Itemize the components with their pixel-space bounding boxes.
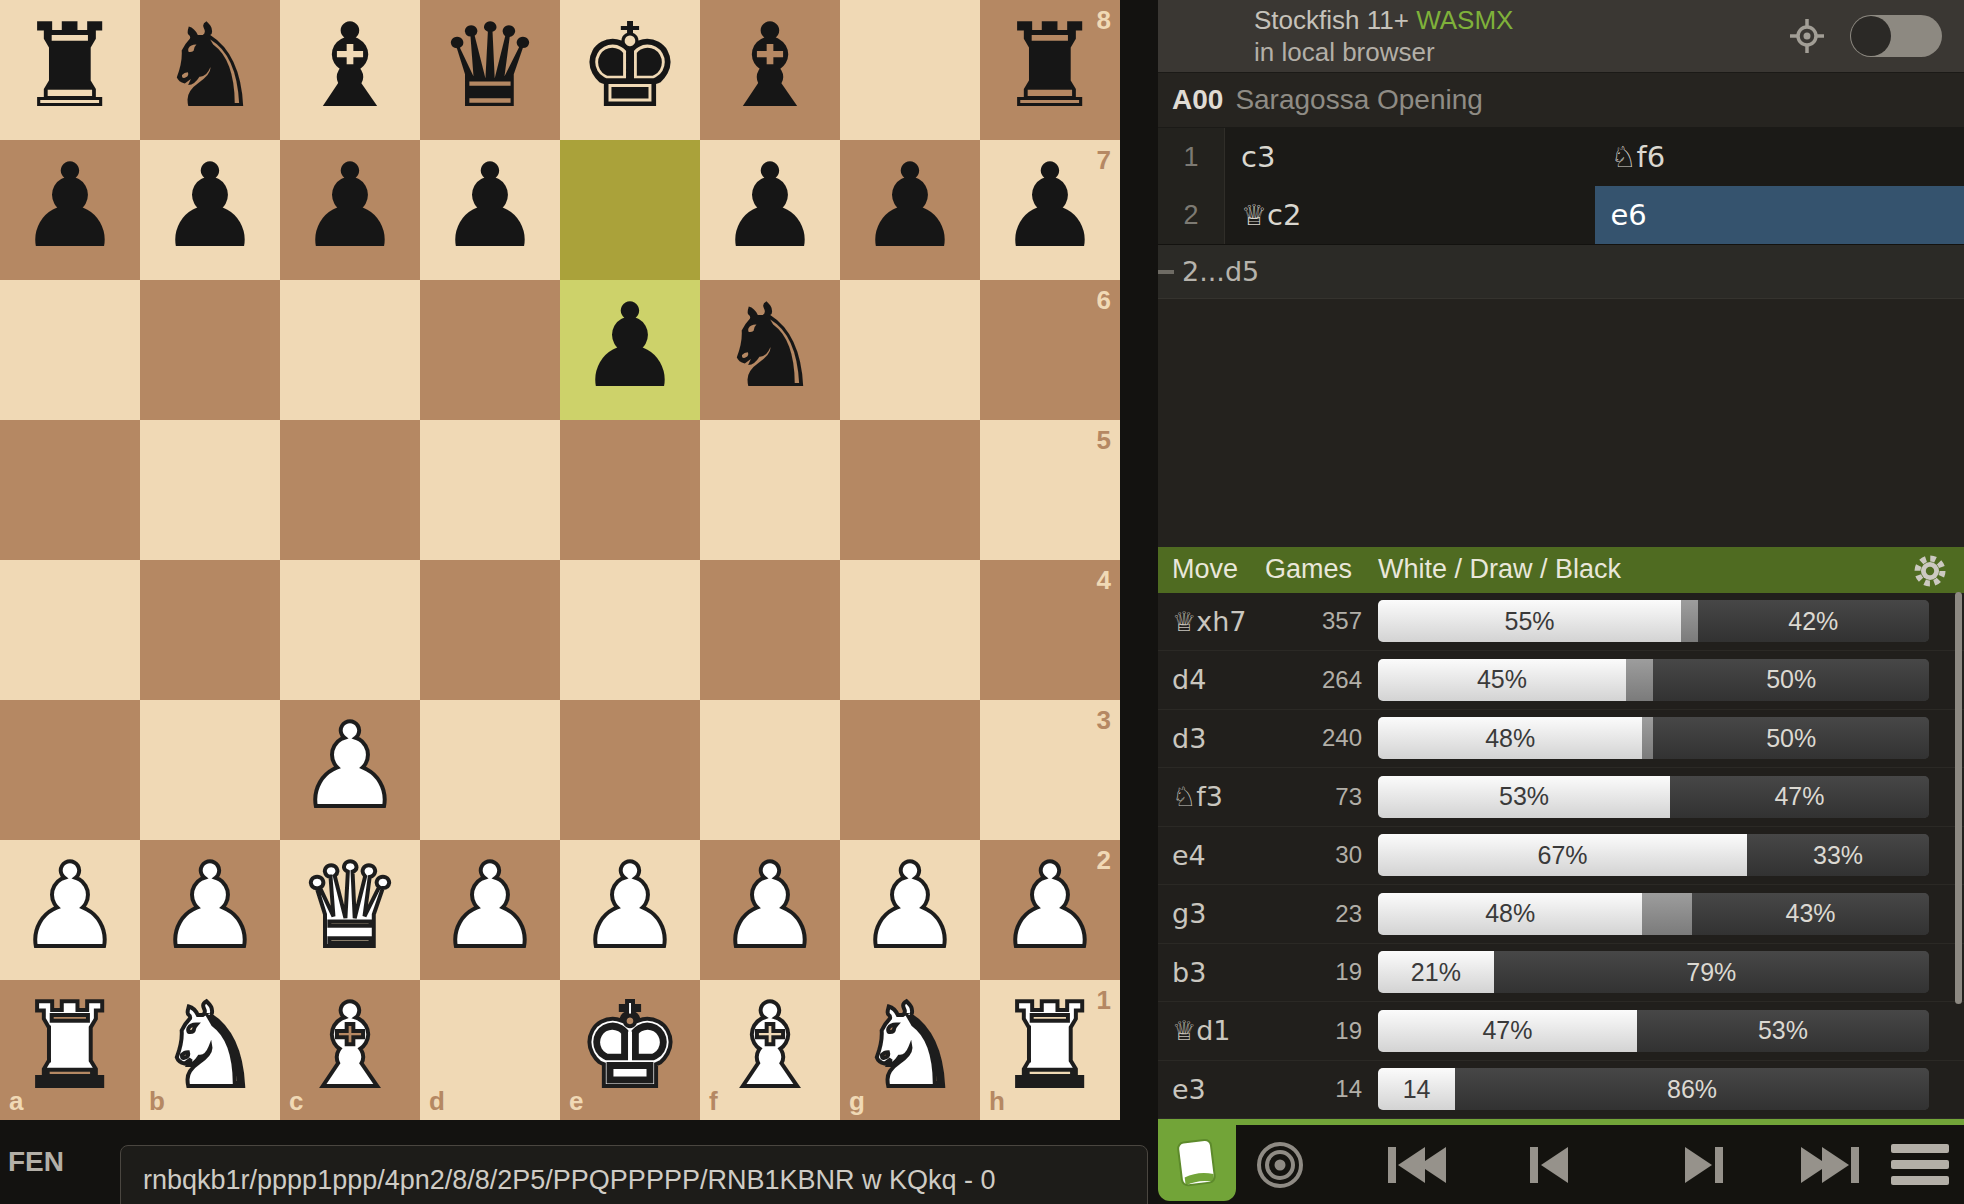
square-g5[interactable] bbox=[840, 420, 980, 560]
square-f5[interactable] bbox=[700, 420, 840, 560]
square-a1[interactable]: ♜a bbox=[0, 980, 140, 1120]
black-pawn-g7: ♟ bbox=[858, 148, 962, 264]
move-list: 1c3♘f62♕c2e6 bbox=[1158, 128, 1964, 244]
square-e6[interactable]: ♟ bbox=[560, 280, 700, 420]
square-f3[interactable] bbox=[700, 700, 840, 840]
square-g4[interactable] bbox=[840, 560, 980, 700]
result-segment-black: 53% bbox=[1637, 1010, 1929, 1052]
black-pawn-d7: ♟ bbox=[438, 148, 542, 264]
explorer-row-♘f3[interactable]: ♘f37353%47% bbox=[1158, 768, 1964, 827]
result-bar: 47%53% bbox=[1378, 1010, 1929, 1052]
book-icon bbox=[1172, 1136, 1222, 1191]
rank-label-2: 2 bbox=[1097, 847, 1111, 873]
explorer-move: e4 bbox=[1158, 840, 1262, 871]
square-a4[interactable] bbox=[0, 560, 140, 700]
result-segment-black: 79% bbox=[1494, 951, 1929, 993]
explorer-col-games: Games bbox=[1265, 554, 1352, 585]
black-bishop-c8: ♝ bbox=[298, 8, 402, 124]
white-pawn-f2: ♟ bbox=[718, 848, 822, 964]
fen-label: FEN bbox=[0, 1146, 70, 1178]
explorer-row-e4[interactable]: e43067%33% bbox=[1158, 827, 1964, 886]
explorer-move: ♕d1 bbox=[1158, 1015, 1262, 1046]
square-d1[interactable]: d bbox=[420, 980, 560, 1120]
white-knight-g1: ♞ bbox=[858, 988, 962, 1104]
square-a5[interactable] bbox=[0, 420, 140, 560]
explorer-row-e3[interactable]: e3141486% bbox=[1158, 1061, 1964, 1120]
result-bar: 21%79% bbox=[1378, 951, 1929, 993]
result-segment-black: 43% bbox=[1692, 893, 1929, 935]
white-pawn-b2: ♟ bbox=[158, 848, 262, 964]
white-rook-a1: ♜ bbox=[18, 988, 122, 1104]
result-segment-white: 14 bbox=[1378, 1068, 1455, 1110]
opening-eco: A00 bbox=[1172, 84, 1223, 116]
square-h1[interactable]: ♜1h bbox=[980, 980, 1120, 1120]
black-pawn-h7: ♟ bbox=[998, 148, 1102, 264]
square-b3[interactable] bbox=[140, 700, 280, 840]
black-pawn-c7: ♟ bbox=[298, 148, 402, 264]
square-h6[interactable]: 6 bbox=[980, 280, 1120, 420]
board-column: ♜♞♝♛♚♝♜8♟♟♟♟♟♟♟7♟♞654♟3♟♟♛♟♟♟♟♟2♜a♞b♝cd♚… bbox=[0, 0, 1158, 1204]
square-f4[interactable] bbox=[700, 560, 840, 700]
black-knight-b8: ♞ bbox=[158, 8, 262, 124]
result-segment-draw bbox=[1642, 893, 1692, 935]
move-row-2: 2♕c2e6 bbox=[1158, 186, 1964, 244]
white-bishop-c1: ♝ bbox=[298, 988, 402, 1104]
move-list-empty-area bbox=[1158, 299, 1964, 547]
square-e8[interactable]: ♚ bbox=[560, 0, 700, 140]
result-segment-white: 47% bbox=[1378, 1010, 1637, 1052]
explorer-games: 23 bbox=[1262, 900, 1362, 928]
explorer-move: e3 bbox=[1158, 1074, 1262, 1105]
square-d7[interactable]: ♟ bbox=[420, 140, 560, 280]
gear-icon[interactable] bbox=[1912, 553, 1948, 596]
black-rook-h8: ♜ bbox=[998, 8, 1102, 124]
rank-label-5: 5 bbox=[1097, 427, 1111, 453]
white-pawn-g2: ♟ bbox=[858, 848, 962, 964]
square-e5[interactable] bbox=[560, 420, 700, 560]
square-c3[interactable]: ♟ bbox=[280, 700, 420, 840]
square-e4[interactable] bbox=[560, 560, 700, 700]
white-bishop-f1: ♝ bbox=[718, 988, 822, 1104]
fen-bar: FEN bbox=[0, 1120, 1158, 1204]
variation-text: 2...d5 bbox=[1182, 256, 1259, 287]
square-b2[interactable]: ♟ bbox=[140, 840, 280, 980]
square-b7[interactable]: ♟ bbox=[140, 140, 280, 280]
white-pawn-e2: ♟ bbox=[578, 848, 682, 964]
square-g1[interactable]: ♞g bbox=[840, 980, 980, 1120]
engine-name: Stockfish 11+ bbox=[1254, 5, 1409, 35]
rank-label-6: 6 bbox=[1097, 287, 1111, 313]
move-2-black[interactable]: e6 bbox=[1595, 186, 1964, 244]
square-a8[interactable]: ♜ bbox=[0, 0, 140, 140]
black-pawn-a7: ♟ bbox=[18, 148, 122, 264]
white-rook-h1: ♜ bbox=[998, 988, 1102, 1104]
previous-move-button[interactable] bbox=[1514, 1125, 1584, 1204]
square-f1[interactable]: ♝f bbox=[700, 980, 840, 1120]
square-c7[interactable]: ♟ bbox=[280, 140, 420, 280]
explorer-move: g3 bbox=[1158, 898, 1262, 929]
result-bar: 48%43% bbox=[1378, 893, 1929, 935]
square-e3[interactable] bbox=[560, 700, 700, 840]
square-d6[interactable] bbox=[420, 280, 560, 420]
opening-book-button[interactable] bbox=[1158, 1125, 1236, 1201]
result-segment-white: 21% bbox=[1378, 951, 1494, 993]
square-g6[interactable] bbox=[840, 280, 980, 420]
square-g7[interactable]: ♟ bbox=[840, 140, 980, 280]
file-label-e: e bbox=[569, 1088, 583, 1114]
result-segment-white: 67% bbox=[1378, 834, 1747, 876]
square-h4[interactable]: 4 bbox=[980, 560, 1120, 700]
bottom-toolbar bbox=[1158, 1125, 1964, 1204]
scrollbar-thumb[interactable] bbox=[1955, 592, 1962, 1004]
square-g2[interactable]: ♟ bbox=[840, 840, 980, 980]
explorer-col-result: White / Draw / Black bbox=[1378, 554, 1621, 585]
result-bar: 55%42% bbox=[1378, 600, 1929, 642]
explorer-col-move: Move bbox=[1172, 554, 1258, 585]
file-label-f: f bbox=[709, 1088, 718, 1114]
result-bar: 1486% bbox=[1378, 1068, 1929, 1110]
file-label-c: c bbox=[289, 1088, 303, 1114]
go-to-end-button[interactable] bbox=[1795, 1125, 1865, 1204]
engine-title: Stockfish 11+ WASMX in local browser bbox=[1254, 4, 1513, 69]
black-knight-f6: ♞ bbox=[718, 288, 822, 404]
square-a2[interactable]: ♟ bbox=[0, 840, 140, 980]
engine-badge: WASMX bbox=[1416, 5, 1513, 35]
result-bar: 67%33% bbox=[1378, 834, 1929, 876]
white-knight-b1: ♞ bbox=[158, 988, 262, 1104]
square-c5[interactable] bbox=[280, 420, 420, 560]
white-king-e1: ♚ bbox=[578, 988, 682, 1104]
explorer-header: Move Games White / Draw / Black bbox=[1158, 547, 1964, 593]
rank-label-3: 3 bbox=[1097, 707, 1111, 733]
engine-subtitle: in local browser bbox=[1254, 36, 1513, 69]
square-h3[interactable]: 3 bbox=[980, 700, 1120, 840]
square-h5[interactable]: 5 bbox=[980, 420, 1120, 560]
black-queen-d8: ♛ bbox=[438, 8, 542, 124]
square-c8[interactable]: ♝ bbox=[280, 0, 420, 140]
practice-circles-icon[interactable] bbox=[1250, 1125, 1310, 1204]
white-pawn-a2: ♟ bbox=[18, 848, 122, 964]
explorer-move: ♕xh7 bbox=[1158, 606, 1262, 637]
result-segment-white: 53% bbox=[1378, 776, 1670, 818]
result-bar: 45%50% bbox=[1378, 659, 1929, 701]
variation-row[interactable]: 2...d5 bbox=[1158, 244, 1964, 299]
engine-toggle[interactable] bbox=[1850, 15, 1942, 57]
black-pawn-b7: ♟ bbox=[158, 148, 262, 264]
explorer-row-♕d1[interactable]: ♕d11947%53% bbox=[1158, 1002, 1964, 1061]
result-segment-draw bbox=[1681, 600, 1698, 642]
square-c2[interactable]: ♛ bbox=[280, 840, 420, 980]
explorer-row-g3[interactable]: g32348%43% bbox=[1158, 885, 1964, 944]
square-d3[interactable] bbox=[420, 700, 560, 840]
square-b8[interactable]: ♞ bbox=[140, 0, 280, 140]
rank-label-1: 1 bbox=[1097, 987, 1111, 1013]
crosshair-icon[interactable] bbox=[1786, 15, 1828, 57]
result-segment-black: 33% bbox=[1747, 834, 1929, 876]
square-f7[interactable]: ♟ bbox=[700, 140, 840, 280]
explorer-row-b3[interactable]: b31921%79% bbox=[1158, 944, 1964, 1003]
move-2-white[interactable]: ♕c2 bbox=[1225, 186, 1595, 244]
square-h2[interactable]: ♟2 bbox=[980, 840, 1120, 980]
result-segment-white: 55% bbox=[1378, 600, 1681, 642]
toggle-knob bbox=[1851, 16, 1891, 56]
white-queen-c2: ♛ bbox=[298, 848, 402, 964]
square-c1[interactable]: ♝c bbox=[280, 980, 420, 1120]
result-segment-white: 48% bbox=[1378, 717, 1642, 759]
result-bar: 48%50% bbox=[1378, 717, 1929, 759]
black-rook-a8: ♜ bbox=[18, 8, 122, 124]
file-label-d: d bbox=[429, 1088, 445, 1114]
go-to-start-button[interactable] bbox=[1382, 1125, 1452, 1204]
square-b5[interactable] bbox=[140, 420, 280, 560]
move-number: 2 bbox=[1158, 186, 1225, 244]
square-g8[interactable] bbox=[840, 0, 980, 140]
explorer-move: d3 bbox=[1158, 723, 1262, 754]
result-segment-draw bbox=[1642, 717, 1653, 759]
result-segment-black: 86% bbox=[1455, 1068, 1929, 1110]
square-b4[interactable] bbox=[140, 560, 280, 700]
square-a7[interactable]: ♟ bbox=[0, 140, 140, 280]
explorer-games: 240 bbox=[1262, 724, 1362, 752]
explorer-games: 357 bbox=[1262, 607, 1362, 635]
black-king-e8: ♚ bbox=[578, 8, 682, 124]
square-e2[interactable]: ♟ bbox=[560, 840, 700, 980]
file-label-h: h bbox=[989, 1088, 1005, 1114]
square-c4[interactable] bbox=[280, 560, 420, 700]
variation-dash-icon bbox=[1158, 270, 1174, 274]
explorer-row-d4[interactable]: d426445%50% bbox=[1158, 651, 1964, 710]
explorer-games: 73 bbox=[1262, 783, 1362, 811]
square-f2[interactable]: ♟ bbox=[700, 840, 840, 980]
square-b1[interactable]: ♞b bbox=[140, 980, 280, 1120]
explorer-move: d4 bbox=[1158, 664, 1262, 695]
white-pawn-c3: ♟ bbox=[298, 708, 402, 824]
explorer-move: b3 bbox=[1158, 957, 1262, 988]
move-row-1: 1c3♘f6 bbox=[1158, 128, 1964, 186]
square-f8[interactable]: ♝ bbox=[700, 0, 840, 140]
square-g3[interactable] bbox=[840, 700, 980, 840]
black-pawn-e6: ♟ bbox=[578, 288, 682, 404]
analysis-app: ♜♞♝♛♚♝♜8♟♟♟♟♟♟♟7♟♞654♟3♟♟♛♟♟♟♟♟2♜a♞b♝cd♚… bbox=[0, 0, 1964, 1204]
move-1-black[interactable]: ♘f6 bbox=[1595, 128, 1964, 186]
square-d8[interactable]: ♛ bbox=[420, 0, 560, 140]
explorer-games: 19 bbox=[1262, 958, 1362, 986]
explorer-games: 19 bbox=[1262, 1017, 1362, 1045]
square-b6[interactable] bbox=[140, 280, 280, 420]
explorer-table: ♕xh735755%42%d426445%50%d324048%50%♘f373… bbox=[1158, 593, 1964, 1120]
white-pawn-h2: ♟ bbox=[998, 848, 1102, 964]
result-segment-black: 50% bbox=[1653, 717, 1929, 759]
rank-label-4: 4 bbox=[1097, 567, 1111, 593]
square-h8[interactable]: ♜8 bbox=[980, 0, 1120, 140]
result-segment-draw bbox=[1626, 659, 1654, 701]
move-number: 1 bbox=[1158, 128, 1225, 186]
result-bar: 53%47% bbox=[1378, 776, 1929, 818]
chess-board: ♜♞♝♛♚♝♜8♟♟♟♟♟♟♟7♟♞654♟3♟♟♛♟♟♟♟♟2♜a♞b♝cd♚… bbox=[0, 0, 1120, 1120]
move-1-white[interactable]: c3 bbox=[1225, 128, 1595, 186]
result-segment-black: 50% bbox=[1653, 659, 1929, 701]
rank-label-7: 7 bbox=[1097, 147, 1111, 173]
white-pawn-d2: ♟ bbox=[438, 848, 542, 964]
square-f6[interactable]: ♞ bbox=[700, 280, 840, 420]
square-c6[interactable] bbox=[280, 280, 420, 420]
next-move-button[interactable] bbox=[1669, 1125, 1739, 1204]
square-a6[interactable] bbox=[0, 280, 140, 420]
explorer-row-♕xh7[interactable]: ♕xh735755%42% bbox=[1158, 593, 1964, 652]
square-d4[interactable] bbox=[420, 560, 560, 700]
result-segment-white: 48% bbox=[1378, 893, 1642, 935]
side-panel: Stockfish 11+ WASMX in local browser A00… bbox=[1158, 0, 1964, 1204]
explorer-move: ♘f3 bbox=[1158, 781, 1262, 812]
square-h7[interactable]: ♟7 bbox=[980, 140, 1120, 280]
explorer-games: 30 bbox=[1262, 841, 1362, 869]
square-e7[interactable] bbox=[560, 140, 700, 280]
opening-row: A00 Saragossa Opening bbox=[1158, 72, 1964, 128]
square-a3[interactable] bbox=[0, 700, 140, 840]
opening-name: Saragossa Opening bbox=[1235, 84, 1483, 116]
explorer-row-d3[interactable]: d324048%50% bbox=[1158, 710, 1964, 769]
engine-header: Stockfish 11+ WASMX in local browser bbox=[1158, 0, 1964, 72]
result-segment-white: 45% bbox=[1378, 659, 1626, 701]
black-pawn-f7: ♟ bbox=[718, 148, 822, 264]
fen-input[interactable] bbox=[120, 1145, 1148, 1204]
file-label-a: a bbox=[9, 1088, 23, 1114]
square-e1[interactable]: ♚e bbox=[560, 980, 700, 1120]
result-segment-black: 47% bbox=[1670, 776, 1929, 818]
explorer-games: 14 bbox=[1262, 1075, 1362, 1103]
file-label-b: b bbox=[149, 1088, 165, 1114]
explorer-games: 264 bbox=[1262, 666, 1362, 694]
rank-label-8: 8 bbox=[1097, 7, 1111, 33]
menu-icon[interactable] bbox=[1888, 1125, 1952, 1204]
result-segment-black: 42% bbox=[1698, 600, 1929, 642]
square-d2[interactable]: ♟ bbox=[420, 840, 560, 980]
square-d5[interactable] bbox=[420, 420, 560, 560]
black-bishop-f8: ♝ bbox=[718, 8, 822, 124]
file-label-g: g bbox=[849, 1088, 865, 1114]
